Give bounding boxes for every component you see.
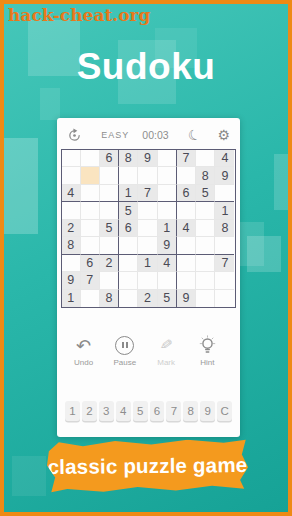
cell-r9c1[interactable]: 1 xyxy=(62,290,81,307)
cell-r3c4[interactable]: 1 xyxy=(119,185,138,202)
bulb-icon xyxy=(199,334,216,356)
banner: classic puzzle game xyxy=(47,437,249,494)
cell-r7c3[interactable]: 2 xyxy=(100,255,119,272)
cell-r6c7[interactable] xyxy=(177,237,196,254)
cell-r8c3[interactable] xyxy=(100,272,119,289)
cell-r1c6[interactable] xyxy=(158,150,177,167)
cell-r4c4[interactable]: 5 xyxy=(119,202,138,219)
cell-r7c9[interactable]: 7 xyxy=(215,255,234,272)
decor-square xyxy=(274,154,292,210)
cell-r6c5[interactable] xyxy=(138,237,157,254)
hint-label: Hint xyxy=(200,358,214,367)
cell-r8c2[interactable]: 7 xyxy=(81,272,100,289)
cell-r6c9[interactable] xyxy=(215,237,234,254)
cell-r7c5[interactable]: 1 xyxy=(138,255,157,272)
toolbar: ↶ Undo Pause ✎ Mark xyxy=(63,334,228,374)
cell-r4c5[interactable] xyxy=(138,202,157,219)
cell-r4c1[interactable] xyxy=(62,202,81,219)
cell-r9c3[interactable]: 8 xyxy=(100,290,119,307)
cell-r5c1[interactable]: 2 xyxy=(62,220,81,237)
cell-r7c8[interactable] xyxy=(196,255,215,272)
numpad: 123456789C xyxy=(65,401,232,421)
cell-r6c8[interactable] xyxy=(196,237,215,254)
cell-r9c9[interactable] xyxy=(215,290,234,307)
cell-r8c6[interactable] xyxy=(158,272,177,289)
mark-button[interactable]: ✎ Mark xyxy=(146,334,187,374)
cell-r8c5[interactable] xyxy=(138,272,157,289)
undo-button[interactable]: ↶ Undo xyxy=(63,334,104,374)
cell-r8c1[interactable]: 9 xyxy=(62,272,81,289)
undo-icon: ↶ xyxy=(76,334,91,356)
cell-r4c2[interactable] xyxy=(81,202,100,219)
cell-r5c6[interactable]: 1 xyxy=(158,220,177,237)
numpad-3[interactable]: 3 xyxy=(99,401,114,421)
cell-r6c1[interactable]: 8 xyxy=(62,237,81,254)
cell-r9c8[interactable] xyxy=(196,290,215,307)
sudoku-board: 6897489417655125614889621479718259 xyxy=(61,149,236,308)
cell-r4c8[interactable] xyxy=(196,202,215,219)
numpad-9[interactable]: 9 xyxy=(200,401,215,421)
cell-r9c2[interactable] xyxy=(81,290,100,307)
numpad-7[interactable]: 7 xyxy=(166,401,181,421)
cell-r8c9[interactable] xyxy=(215,272,234,289)
numpad-2[interactable]: 2 xyxy=(82,401,97,421)
cell-r5c9[interactable]: 8 xyxy=(215,220,234,237)
hint-button[interactable]: Hint xyxy=(187,334,228,374)
cell-r5c5[interactable] xyxy=(138,220,157,237)
board-header: EASY 00:03 ☾ ⚙ xyxy=(67,124,230,146)
decor-square xyxy=(247,236,281,272)
cell-r5c8[interactable] xyxy=(196,220,215,237)
restart-icon[interactable] xyxy=(67,128,82,143)
banner-text: classic puzzle game xyxy=(47,452,247,478)
undo-label: Undo xyxy=(74,358,93,367)
numpad-clear[interactable]: C xyxy=(217,401,232,421)
cell-r3c9[interactable] xyxy=(215,185,234,202)
cell-r6c2[interactable] xyxy=(81,237,100,254)
mark-label: Mark xyxy=(157,358,175,367)
pause-label: Pause xyxy=(114,358,137,367)
cell-r3c8[interactable]: 5 xyxy=(196,185,215,202)
game-card: EASY 00:03 ☾ ⚙ 6897489417655125614889621… xyxy=(57,118,240,437)
cell-r2c1[interactable] xyxy=(62,167,81,184)
page-title: Sudoku xyxy=(4,46,288,88)
cell-r9c7[interactable]: 9 xyxy=(177,290,196,307)
cell-r7c1[interactable] xyxy=(62,255,81,272)
decor-square xyxy=(40,88,60,120)
cell-r3c2[interactable] xyxy=(81,185,100,202)
cell-r1c8[interactable] xyxy=(196,150,215,167)
numpad-4[interactable]: 4 xyxy=(116,401,131,421)
cell-r2c8[interactable]: 8 xyxy=(196,167,215,184)
cell-r1c5[interactable]: 9 xyxy=(138,150,157,167)
cell-r9c5[interactable]: 2 xyxy=(138,290,157,307)
cell-r5c2[interactable] xyxy=(81,220,100,237)
decor-square xyxy=(12,456,46,496)
cell-r1c2[interactable] xyxy=(81,150,100,167)
cell-r1c3[interactable]: 6 xyxy=(100,150,119,167)
cell-r5c7[interactable]: 4 xyxy=(177,220,196,237)
cell-r4c6[interactable] xyxy=(158,202,177,219)
cell-r2c9[interactable]: 9 xyxy=(215,167,234,184)
cell-r1c1[interactable] xyxy=(62,150,81,167)
cell-r5c3[interactable]: 5 xyxy=(100,220,119,237)
cell-r2c6[interactable] xyxy=(158,167,177,184)
pen-icon: ✎ xyxy=(160,334,173,356)
cell-r7c4[interactable] xyxy=(119,255,138,272)
cell-r2c5[interactable] xyxy=(138,167,157,184)
numpad-8[interactable]: 8 xyxy=(183,401,198,421)
cell-r3c7[interactable]: 6 xyxy=(177,185,196,202)
cell-r2c2[interactable] xyxy=(81,167,100,184)
settings-icon[interactable]: ⚙ xyxy=(217,128,230,142)
cell-r4c7[interactable] xyxy=(177,202,196,219)
cell-r6c6[interactable]: 9 xyxy=(158,237,177,254)
cell-r3c6[interactable] xyxy=(158,185,177,202)
cell-r2c4[interactable] xyxy=(119,167,138,184)
watermark: hack-cheat.org xyxy=(8,5,150,25)
cell-r1c7[interactable]: 7 xyxy=(177,150,196,167)
cell-r4c9[interactable]: 1 xyxy=(215,202,234,219)
cell-r9c4[interactable] xyxy=(119,290,138,307)
cell-r8c8[interactable] xyxy=(196,272,215,289)
decor-square xyxy=(2,138,38,234)
cell-r3c5[interactable]: 7 xyxy=(138,185,157,202)
cell-r8c4[interactable] xyxy=(119,272,138,289)
cell-r6c4[interactable] xyxy=(119,237,138,254)
cell-r2c3[interactable] xyxy=(100,167,119,184)
numpad-1[interactable]: 1 xyxy=(65,401,80,421)
night-mode-icon[interactable]: ☾ xyxy=(186,126,202,143)
cell-r1c4[interactable]: 8 xyxy=(119,150,138,167)
numpad-5[interactable]: 5 xyxy=(133,401,148,421)
cell-r8c7[interactable] xyxy=(177,272,196,289)
cell-r6c3[interactable] xyxy=(100,237,119,254)
cell-r5c4[interactable]: 6 xyxy=(119,220,138,237)
cell-r3c1[interactable]: 4 xyxy=(62,185,81,202)
cell-r7c7[interactable] xyxy=(177,255,196,272)
app-screenshot: hack-cheat.org Sudoku EASY 00:03 ☾ ⚙ 689… xyxy=(0,0,292,516)
cell-r7c2[interactable]: 6 xyxy=(81,255,100,272)
pause-button[interactable]: Pause xyxy=(104,334,145,374)
timer: 00:03 xyxy=(142,129,168,141)
cell-r3c3[interactable] xyxy=(100,185,119,202)
pause-icon xyxy=(115,334,134,356)
cell-r2c7[interactable] xyxy=(177,167,196,184)
cell-r7c6[interactable]: 4 xyxy=(158,255,177,272)
difficulty-label: EASY xyxy=(101,130,129,140)
cell-r4c3[interactable] xyxy=(100,202,119,219)
cell-r1c9[interactable]: 4 xyxy=(215,150,234,167)
numpad-6[interactable]: 6 xyxy=(150,401,165,421)
cell-r9c6[interactable]: 5 xyxy=(158,290,177,307)
